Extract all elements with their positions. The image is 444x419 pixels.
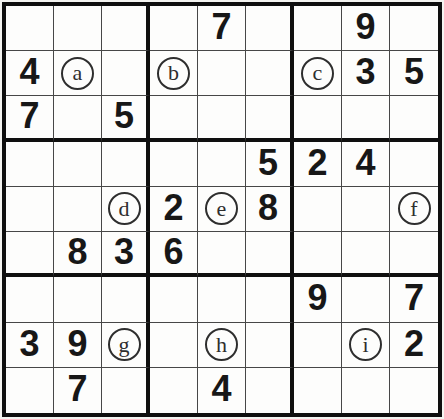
given-digit: 4 [355,145,375,181]
cell-r2c1[interactable]: 4 [6,51,54,96]
cell-r5c1[interactable] [6,187,54,232]
cell-r7c4[interactable] [150,277,198,322]
cell-r9c5[interactable]: 4 [198,368,246,413]
cell-r9c9[interactable] [390,368,438,413]
cell-r2c3[interactable] [102,51,150,96]
cell-r8c9[interactable]: 2 [390,323,438,368]
cell-r7c1[interactable] [6,277,54,322]
given-digit: 7 [67,371,87,407]
cell-r6c9[interactable] [390,232,438,277]
cell-r9c2[interactable]: 7 [54,368,102,413]
given-digit: 8 [67,234,87,270]
circled-letter-f: f [398,192,431,225]
cell-r1c1[interactable] [6,6,54,51]
cell-r7c6[interactable] [246,277,294,322]
cell-r2c4[interactable]: b [150,51,198,96]
cell-r4c9[interactable] [390,142,438,187]
cell-r5c5[interactable]: e [198,187,246,232]
cell-r6c7[interactable] [294,232,342,277]
cell-r8c6[interactable] [246,323,294,368]
cell-r1c5[interactable]: 7 [198,6,246,51]
cell-r3c5[interactable] [198,96,246,141]
cell-r5c3[interactable]: d [102,187,150,232]
cell-r7c2[interactable] [54,277,102,322]
given-digit: 8 [258,190,278,226]
cell-r5c4[interactable]: 2 [150,187,198,232]
cell-r5c6[interactable]: 8 [246,187,294,232]
cell-r1c2[interactable] [54,6,102,51]
given-digit: 2 [163,190,183,226]
given-digit: 5 [258,145,278,181]
cell-r4c1[interactable] [6,142,54,187]
cell-r9c8[interactable] [342,368,390,413]
cell-r1c8[interactable]: 9 [342,6,390,51]
given-digit: 9 [307,280,327,316]
circled-letter-c: c [301,57,334,90]
circled-letter-d: d [108,192,141,225]
given-digit: 9 [355,9,375,45]
cell-r7c9[interactable]: 7 [390,277,438,322]
cell-r3c2[interactable] [54,96,102,141]
cell-r1c4[interactable] [150,6,198,51]
circled-letter-b: b [157,57,190,90]
given-digit: 3 [19,326,39,362]
cell-r6c6[interactable] [246,232,294,277]
cell-r8c3[interactable]: g [102,323,150,368]
cell-r2c9[interactable]: 5 [390,51,438,96]
cell-r4c8[interactable]: 4 [342,142,390,187]
given-digit: 3 [114,234,134,270]
cell-r8c4[interactable] [150,323,198,368]
cell-r2c8[interactable]: 3 [342,51,390,96]
cell-r9c4[interactable] [150,368,198,413]
given-digit: 2 [307,145,327,181]
given-digit: 5 [404,54,424,90]
given-digit: 7 [19,98,39,134]
cell-r7c8[interactable] [342,277,390,322]
given-digit: 5 [114,98,134,134]
given-digit: 9 [67,326,87,362]
given-digit: 3 [355,54,375,90]
cell-r4c2[interactable] [54,142,102,187]
cell-r9c1[interactable] [6,368,54,413]
circled-letter-g: g [108,328,141,361]
cell-r1c9[interactable] [390,6,438,51]
cell-r1c7[interactable] [294,6,342,51]
cell-r3c3[interactable]: 5 [102,96,150,141]
cell-r6c3[interactable]: 3 [102,232,150,277]
cell-r9c6[interactable] [246,368,294,413]
page: 794abc3575524d2e8f8369739ghi274 [0,0,444,419]
cell-r7c7[interactable]: 9 [294,277,342,322]
cell-r5c2[interactable] [54,187,102,232]
circled-letter-a: a [61,57,94,90]
cell-r4c5[interactable] [198,142,246,187]
cell-r6c1[interactable] [6,232,54,277]
given-digit: 7 [211,9,231,45]
cell-r4c3[interactable] [102,142,150,187]
given-digit: 7 [404,280,424,316]
sudoku-board: 794abc3575524d2e8f8369739ghi274 [2,2,442,417]
cell-r5c7[interactable] [294,187,342,232]
given-digit: 4 [211,371,231,407]
cell-r6c2[interactable]: 8 [54,232,102,277]
cell-r6c4[interactable]: 6 [150,232,198,277]
cell-r4c4[interactable] [150,142,198,187]
cell-r7c5[interactable] [198,277,246,322]
cell-r9c3[interactable] [102,368,150,413]
cell-r3c6[interactable] [246,96,294,141]
cell-r3c8[interactable] [342,96,390,141]
cell-r6c8[interactable] [342,232,390,277]
cell-r3c1[interactable]: 7 [6,96,54,141]
given-digit: 4 [19,54,39,90]
cell-r5c8[interactable] [342,187,390,232]
cell-r8c8[interactable]: i [342,323,390,368]
cell-r2c7[interactable]: c [294,51,342,96]
circled-letter-e: e [205,192,238,225]
cell-r2c5[interactable] [198,51,246,96]
cell-r4c6[interactable]: 5 [246,142,294,187]
circled-letter-h: h [205,328,238,361]
cell-r7c3[interactable] [102,277,150,322]
cell-r8c5[interactable]: h [198,323,246,368]
cell-r8c2[interactable]: 9 [54,323,102,368]
cell-r1c6[interactable] [246,6,294,51]
cell-r3c4[interactable] [150,96,198,141]
circled-letter-i: i [349,328,382,361]
cell-r1c3[interactable] [102,6,150,51]
cell-r4c7[interactable]: 2 [294,142,342,187]
cell-r3c7[interactable] [294,96,342,141]
given-digit: 6 [163,234,183,270]
cell-r9c7[interactable] [294,368,342,413]
cell-r5c9[interactable]: f [390,187,438,232]
cell-r6c5[interactable] [198,232,246,277]
cell-r8c1[interactable]: 3 [6,323,54,368]
cell-r2c2[interactable]: a [54,51,102,96]
cell-r3c9[interactable] [390,96,438,141]
cell-r8c7[interactable] [294,323,342,368]
cell-r2c6[interactable] [246,51,294,96]
given-digit: 2 [404,326,424,362]
